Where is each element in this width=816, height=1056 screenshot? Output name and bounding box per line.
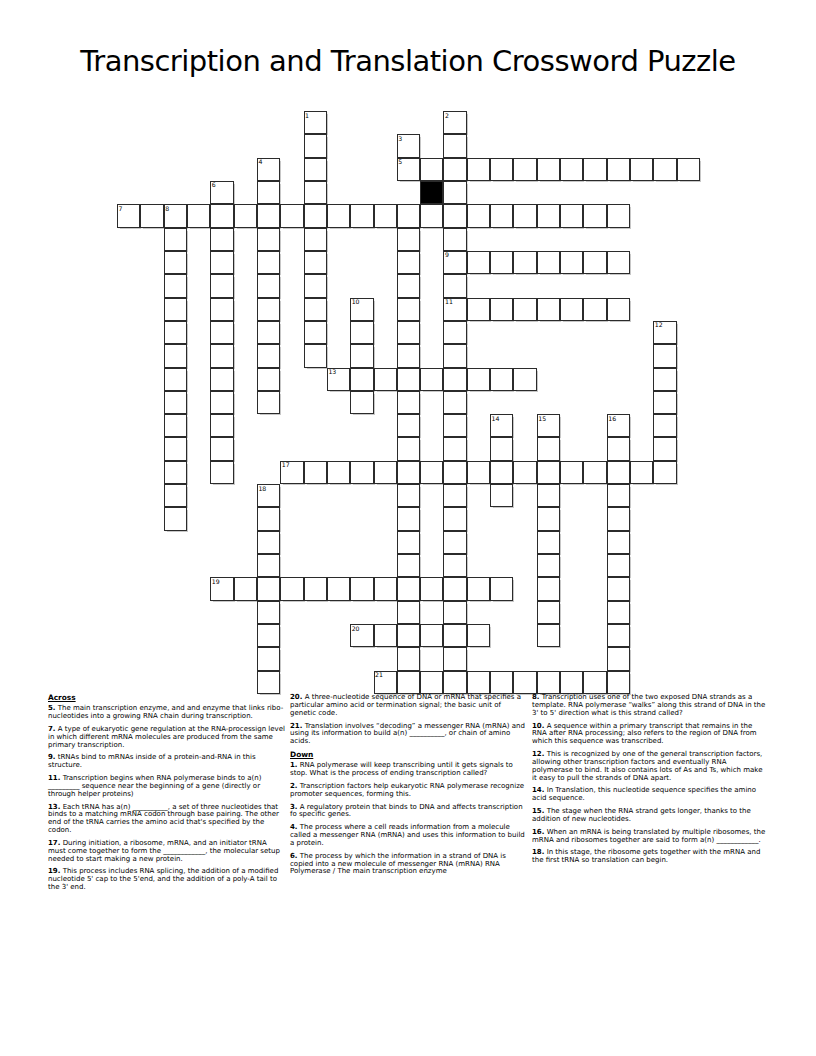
cell-r20c15[interactable] xyxy=(467,577,490,600)
clue-number-20: 20 xyxy=(352,625,360,633)
clue-number-10: 10 xyxy=(352,298,360,306)
cell-r17c18[interactable] xyxy=(537,507,560,530)
cell-r16c16[interactable] xyxy=(490,484,513,507)
cell-r19c18[interactable] xyxy=(537,554,560,577)
cell-r7c4[interactable] xyxy=(210,274,233,297)
cell-r4c13[interactable] xyxy=(420,204,443,227)
cell-r11c6[interactable] xyxy=(257,368,280,391)
cell-r17c6[interactable] xyxy=(257,507,280,530)
cell-r7c14[interactable] xyxy=(443,274,466,297)
clue-number-3: 3 xyxy=(398,135,402,143)
cell-r3c14[interactable] xyxy=(443,181,466,204)
cell-r17c2[interactable] xyxy=(164,507,187,530)
cell-r17c21[interactable] xyxy=(607,507,630,530)
clue-number-12: 12 xyxy=(655,321,663,329)
cell-r8c2[interactable] xyxy=(164,298,187,321)
cell-r17c14[interactable] xyxy=(443,507,466,530)
cell-r24c15[interactable] xyxy=(467,671,490,694)
cell-r22c6[interactable] xyxy=(257,624,280,647)
clue-number-17: 17 xyxy=(282,461,290,469)
clue-down-12: 12. This is recognized by one of the gen… xyxy=(532,751,769,783)
cell-r13c14[interactable] xyxy=(443,414,466,437)
cell-r7c6[interactable] xyxy=(257,274,280,297)
cell-r11c13[interactable] xyxy=(420,368,443,391)
clue-across-21: 21. Translation involves “decoding” a me… xyxy=(290,723,527,747)
cell-r4c19[interactable] xyxy=(560,204,583,227)
cell-r24c21[interactable] xyxy=(607,671,630,694)
cell-r2c23[interactable] xyxy=(653,158,676,181)
cell-r18c6[interactable] xyxy=(257,531,280,554)
clue-number-label: 8. xyxy=(532,693,540,701)
clue-down-2: 2. Transcription factors help eukaryotic… xyxy=(290,783,527,799)
cell-r8c8[interactable] xyxy=(304,298,327,321)
clue-number-label: 3. xyxy=(290,803,298,811)
cell-r16c18[interactable] xyxy=(537,484,560,507)
cell-r22c21[interactable] xyxy=(607,624,630,647)
cell-r19c14[interactable] xyxy=(443,554,466,577)
cell-r14c2[interactable] xyxy=(164,437,187,460)
cell-r4c14[interactable] xyxy=(443,204,466,227)
cell-r12c6[interactable] xyxy=(257,391,280,414)
cell-r2c21[interactable] xyxy=(607,158,630,181)
cell-r4c1[interactable] xyxy=(140,204,163,227)
cell-r12c14[interactable] xyxy=(443,391,466,414)
clue-number-6: 6 xyxy=(212,181,216,189)
cell-r11c15[interactable] xyxy=(467,368,490,391)
cell-r9c6[interactable] xyxy=(257,321,280,344)
cell-r6c6[interactable] xyxy=(257,251,280,274)
cell-r1c14[interactable] xyxy=(443,134,466,157)
cell-r13c4[interactable] xyxy=(210,414,233,437)
clue-number-5: 5 xyxy=(398,158,402,166)
clue-down-3: 3. A regulatory protein that binds to DN… xyxy=(290,804,527,820)
cell-r20c21[interactable] xyxy=(607,577,630,600)
clue-number-label: 13. xyxy=(48,803,60,811)
clue-number-label: 17. xyxy=(48,839,60,847)
cell-r21c12[interactable] xyxy=(397,601,420,624)
cell-r20c10[interactable] xyxy=(350,577,373,600)
clue-down-10: 10. A sequence within a primary transcri… xyxy=(532,723,769,747)
cell-r20c14[interactable] xyxy=(443,577,466,600)
cell-r5c14[interactable] xyxy=(443,228,466,251)
clue-number-4: 4 xyxy=(258,158,262,166)
cell-r12c4[interactable] xyxy=(210,391,233,414)
cell-r4c21[interactable] xyxy=(607,204,630,227)
cell-r6c16[interactable] xyxy=(490,251,513,274)
cell-r24c13[interactable] xyxy=(420,671,443,694)
cell-r18c12[interactable] xyxy=(397,531,420,554)
cell-r2c19[interactable] xyxy=(560,158,583,181)
cell-r12c10[interactable] xyxy=(350,391,373,414)
cell-r9c2[interactable] xyxy=(164,321,187,344)
cell-r24c14[interactable] xyxy=(443,671,466,694)
cell-r3c8[interactable] xyxy=(304,181,327,204)
cell-r20c18[interactable] xyxy=(537,577,560,600)
cell-r24c18[interactable] xyxy=(537,671,560,694)
clue-across-5: 5. The main transcription enzyme, and an… xyxy=(48,705,285,721)
cell-r5c6[interactable] xyxy=(257,228,280,251)
cell-r10c12[interactable] xyxy=(397,344,420,367)
cell-r15c10[interactable] xyxy=(350,461,373,484)
cell-r14c12[interactable] xyxy=(397,437,420,460)
clue-down-16: 16. When an mRNA is being translated by … xyxy=(532,829,769,845)
cell-r11c10[interactable] xyxy=(350,368,373,391)
cell-r8c21[interactable] xyxy=(607,298,630,321)
clue-number-label: 10. xyxy=(532,722,544,730)
clue-number-18: 18 xyxy=(258,485,266,493)
cell-r4c10[interactable] xyxy=(350,204,373,227)
cell-r12c23[interactable] xyxy=(653,391,676,414)
cell-r24c6[interactable] xyxy=(257,671,280,694)
cell-r2c20[interactable] xyxy=(583,158,606,181)
cell-r23c12[interactable] xyxy=(397,647,420,670)
clue-number-8: 8 xyxy=(165,205,169,213)
cell-r24c16[interactable] xyxy=(490,671,513,694)
cell-r3c6[interactable] xyxy=(257,181,280,204)
cell-r2c22[interactable] xyxy=(630,158,653,181)
cell-r19c12[interactable] xyxy=(397,554,420,577)
cell-r10c2[interactable] xyxy=(164,344,187,367)
clue-down-1: 1. RNA polymerase will keep transcribing… xyxy=(290,762,527,778)
cell-r22c18[interactable] xyxy=(537,624,560,647)
cell-r5c8[interactable] xyxy=(304,228,327,251)
cell-r11c2[interactable] xyxy=(164,368,187,391)
clue-down-8: 8. Transcription uses one of the two exp… xyxy=(532,694,769,718)
cell-r9c8[interactable] xyxy=(304,321,327,344)
cell-r23c21[interactable] xyxy=(607,647,630,670)
cell-r15c9[interactable] xyxy=(327,461,350,484)
cell-r15c16[interactable] xyxy=(490,461,513,484)
cell-r15c14[interactable] xyxy=(443,461,466,484)
clue-number-label: 15. xyxy=(532,807,544,815)
clue-number-1: 1 xyxy=(305,112,309,120)
cell-r6c15[interactable] xyxy=(467,251,490,274)
clue-number-label: 11. xyxy=(48,774,60,782)
cell-r16c14[interactable] xyxy=(443,484,466,507)
clue-number-21: 21 xyxy=(375,671,383,679)
cell-r2c24[interactable] xyxy=(677,158,700,181)
cell-r6c19[interactable] xyxy=(560,251,583,274)
cell-r13c2[interactable] xyxy=(164,414,187,437)
cell-r11c12[interactable] xyxy=(397,368,420,391)
cell-r9c12[interactable] xyxy=(397,321,420,344)
cell-r20c8[interactable] xyxy=(304,577,327,600)
clue-number-11: 11 xyxy=(445,298,453,306)
cell-r15c22[interactable] xyxy=(630,461,653,484)
cell-r7c12[interactable] xyxy=(397,274,420,297)
clue-number-label: 18. xyxy=(532,848,544,856)
clue-number-2: 2 xyxy=(445,112,449,120)
cell-r10c8[interactable] xyxy=(304,344,327,367)
cell-r8c4[interactable] xyxy=(210,298,233,321)
cell-r24c12[interactable] xyxy=(397,671,420,694)
cell-r14c18[interactable] xyxy=(537,437,560,460)
clue-down-14: 14. In Translation, this nucleotide sequ… xyxy=(532,787,769,803)
cell-r4c12[interactable] xyxy=(397,204,420,227)
clue-down-18: 18. In this stage, the ribosome gets tog… xyxy=(532,849,769,865)
cell-r12c2[interactable] xyxy=(164,391,187,414)
cell-r22c14[interactable] xyxy=(443,624,466,647)
cell-r8c6[interactable] xyxy=(257,298,280,321)
cell-r14c14[interactable] xyxy=(443,437,466,460)
cell-r15c23[interactable] xyxy=(653,461,676,484)
cell-r15c13[interactable] xyxy=(420,461,443,484)
cell-r18c14[interactable] xyxy=(443,531,466,554)
cell-r15c12[interactable] xyxy=(397,461,420,484)
cell-r15c15[interactable] xyxy=(467,461,490,484)
cell-r20c11[interactable] xyxy=(374,577,397,600)
clue-number-19: 19 xyxy=(212,578,220,586)
cell-r6c21[interactable] xyxy=(607,251,630,274)
cell-r15c20[interactable] xyxy=(583,461,606,484)
cell-r14c16[interactable] xyxy=(490,437,513,460)
cell-r21c14[interactable] xyxy=(443,601,466,624)
clue-number-label: 20. xyxy=(290,693,302,701)
cell-r10c10[interactable] xyxy=(350,344,373,367)
clue-across-19: 19. This process includes RNA splicing, … xyxy=(48,868,285,892)
cell-r16c12[interactable] xyxy=(397,484,420,507)
clue-number-label: 16. xyxy=(532,828,544,836)
cell-r8c18[interactable] xyxy=(537,298,560,321)
cell-r19c6[interactable] xyxy=(257,554,280,577)
cell-r24c19[interactable] xyxy=(560,671,583,694)
cell-r2c17[interactable] xyxy=(513,158,536,181)
clues-column-3: 8. Transcription uses one of the two exp… xyxy=(532,694,769,870)
cell-r13c23[interactable] xyxy=(653,414,676,437)
cell-r2c13[interactable] xyxy=(420,158,443,181)
cell-r5c4[interactable] xyxy=(210,228,233,251)
down-heading: Down xyxy=(290,751,527,759)
cell-r4c9[interactable] xyxy=(327,204,350,227)
cell-r22c15[interactable] xyxy=(467,624,490,647)
cell-r23c6[interactable] xyxy=(257,647,280,670)
cell-r18c18[interactable] xyxy=(537,531,560,554)
cell-r12c12[interactable] xyxy=(397,391,420,414)
clue-across-20: 20. A three-nucleotide sequence of DNA o… xyxy=(290,694,527,718)
cell-r2c8[interactable] xyxy=(304,158,327,181)
cell-r4c11[interactable] xyxy=(374,204,397,227)
clue-number-label: 6. xyxy=(290,852,298,860)
cell-r21c21[interactable] xyxy=(607,601,630,624)
across-heading: Across xyxy=(48,694,285,702)
clue-number-16: 16 xyxy=(608,415,616,423)
cell-r10c6[interactable] xyxy=(257,344,280,367)
cell-r11c4[interactable] xyxy=(210,368,233,391)
cell-r20c5[interactable] xyxy=(234,577,257,600)
cell-r20c12[interactable] xyxy=(397,577,420,600)
cell-r22c13[interactable] xyxy=(420,624,443,647)
cell-r15c21[interactable] xyxy=(607,461,630,484)
cell-r4c8[interactable] xyxy=(304,204,327,227)
cell-r9c10[interactable] xyxy=(350,321,373,344)
cell-r24c20[interactable] xyxy=(583,671,606,694)
clue-across-17: 17. During initiation, a ribosome, mRNA,… xyxy=(48,840,285,864)
clues-column-2: 20. A three-nucleotide sequence of DNA o… xyxy=(290,694,527,881)
cell-r11c11[interactable] xyxy=(374,368,397,391)
cell-r19c21[interactable] xyxy=(607,554,630,577)
cell-r5c12[interactable] xyxy=(397,228,420,251)
clue-number-9: 9 xyxy=(445,251,449,259)
clue-number-label: 4. xyxy=(290,823,298,831)
clue-number-label: 14. xyxy=(532,786,544,794)
clue-number-14: 14 xyxy=(492,415,500,423)
cell-r4c7[interactable] xyxy=(280,204,303,227)
cell-r5c2[interactable] xyxy=(164,228,187,251)
clue-number-label: 7. xyxy=(48,725,56,733)
cell-r20c9[interactable] xyxy=(327,577,350,600)
cell-r11c17[interactable] xyxy=(513,368,536,391)
clue-number-label: 12. xyxy=(532,750,544,758)
cell-r6c20[interactable] xyxy=(583,251,606,274)
cell-r6c8[interactable] xyxy=(304,251,327,274)
cell-r2c18[interactable] xyxy=(537,158,560,181)
cell-r10c4[interactable] xyxy=(210,344,233,367)
cell-r11c16[interactable] xyxy=(490,368,513,391)
cell-r2c16[interactable] xyxy=(490,158,513,181)
clue-number-label: 21. xyxy=(290,722,302,730)
blocked-cell xyxy=(420,181,443,204)
cell-r4c16[interactable] xyxy=(490,204,513,227)
cell-r1c8[interactable] xyxy=(304,134,327,157)
cell-r6c2[interactable] xyxy=(164,251,187,274)
cell-r21c6[interactable] xyxy=(257,601,280,624)
cell-r20c6[interactable] xyxy=(257,577,280,600)
clue-across-11: 11. Transcription begins when RNA polyme… xyxy=(48,775,285,799)
cell-r4c6[interactable] xyxy=(257,204,280,227)
clue-down-4: 4. The process where a cell reads inform… xyxy=(290,824,527,848)
cell-r2c14[interactable] xyxy=(443,158,466,181)
cell-r10c14[interactable] xyxy=(443,344,466,367)
cell-r18c21[interactable] xyxy=(607,531,630,554)
clue-across-9: 9. tRNAs bind to mRNAs inside of a prote… xyxy=(48,754,285,770)
clue-number-label: 5. xyxy=(48,704,56,712)
cell-r7c2[interactable] xyxy=(164,274,187,297)
cell-r13c12[interactable] xyxy=(397,414,420,437)
cell-r20c7[interactable] xyxy=(280,577,303,600)
clue-across-7: 7. A type of eukaryotic gene regulation … xyxy=(48,726,285,750)
cell-r16c2[interactable] xyxy=(164,484,187,507)
cell-r15c4[interactable] xyxy=(210,461,233,484)
cell-r11c14[interactable] xyxy=(443,368,466,391)
cell-r4c20[interactable] xyxy=(583,204,606,227)
clue-number-label: 1. xyxy=(290,761,298,769)
cell-r6c17[interactable] xyxy=(513,251,536,274)
cell-r10c23[interactable] xyxy=(653,344,676,367)
cell-r8c20[interactable] xyxy=(583,298,606,321)
cell-r4c17[interactable] xyxy=(513,204,536,227)
cell-r20c16[interactable] xyxy=(490,577,513,600)
cell-r4c18[interactable] xyxy=(537,204,560,227)
clue-number-label: 9. xyxy=(48,753,56,761)
cell-r7c8[interactable] xyxy=(304,274,327,297)
cell-r6c18[interactable] xyxy=(537,251,560,274)
cell-r4c5[interactable] xyxy=(234,204,257,227)
clues-column-1: Across5. The main transcription enzyme, … xyxy=(48,694,285,897)
cell-r15c19[interactable] xyxy=(560,461,583,484)
cell-r15c18[interactable] xyxy=(537,461,560,484)
cell-r20c13[interactable] xyxy=(420,577,443,600)
clue-number-7: 7 xyxy=(119,205,123,213)
cell-r15c17[interactable] xyxy=(513,461,536,484)
cell-r22c11[interactable] xyxy=(374,624,397,647)
cell-r23c14[interactable] xyxy=(443,647,466,670)
page-title: Transcription and Translation Crossword … xyxy=(0,44,816,78)
cell-r8c17[interactable] xyxy=(513,298,536,321)
cell-r6c12[interactable] xyxy=(397,251,420,274)
cell-r17c12[interactable] xyxy=(397,507,420,530)
cell-r4c4[interactable] xyxy=(210,204,233,227)
cell-r22c12[interactable] xyxy=(397,624,420,647)
cell-r4c3[interactable] xyxy=(187,204,210,227)
clue-across-13: 13. Each tRNA has a(n) __________, a set… xyxy=(48,804,285,836)
clue-number-label: 19. xyxy=(48,867,60,875)
clue-down-15: 15. The stage when the RNA strand gets l… xyxy=(532,808,769,824)
cell-r15c8[interactable] xyxy=(304,461,327,484)
cell-r8c16[interactable] xyxy=(490,298,513,321)
cell-r15c2[interactable] xyxy=(164,461,187,484)
cell-r8c19[interactable] xyxy=(560,298,583,321)
clue-number-13: 13 xyxy=(328,368,336,376)
cell-r8c15[interactable] xyxy=(467,298,490,321)
cell-r2c15[interactable] xyxy=(467,158,490,181)
cell-r16c21[interactable] xyxy=(607,484,630,507)
cell-r21c18[interactable] xyxy=(537,601,560,624)
cell-r8c12[interactable] xyxy=(397,298,420,321)
clue-number-label: 2. xyxy=(290,782,298,790)
cell-r9c4[interactable] xyxy=(210,321,233,344)
cell-r11c23[interactable] xyxy=(653,368,676,391)
cell-r14c23[interactable] xyxy=(653,437,676,460)
cell-r4c15[interactable] xyxy=(467,204,490,227)
cell-r24c17[interactable] xyxy=(513,671,536,694)
cell-r15c11[interactable] xyxy=(374,461,397,484)
clue-down-6: 6. The process by which the information … xyxy=(290,853,527,877)
cell-r6c4[interactable] xyxy=(210,251,233,274)
cell-r14c21[interactable] xyxy=(607,437,630,460)
clue-number-15: 15 xyxy=(538,415,546,423)
cell-r14c4[interactable] xyxy=(210,437,233,460)
cell-r9c14[interactable] xyxy=(443,321,466,344)
crossword-grid: 123456789101112131415161718192021 xyxy=(117,111,701,695)
